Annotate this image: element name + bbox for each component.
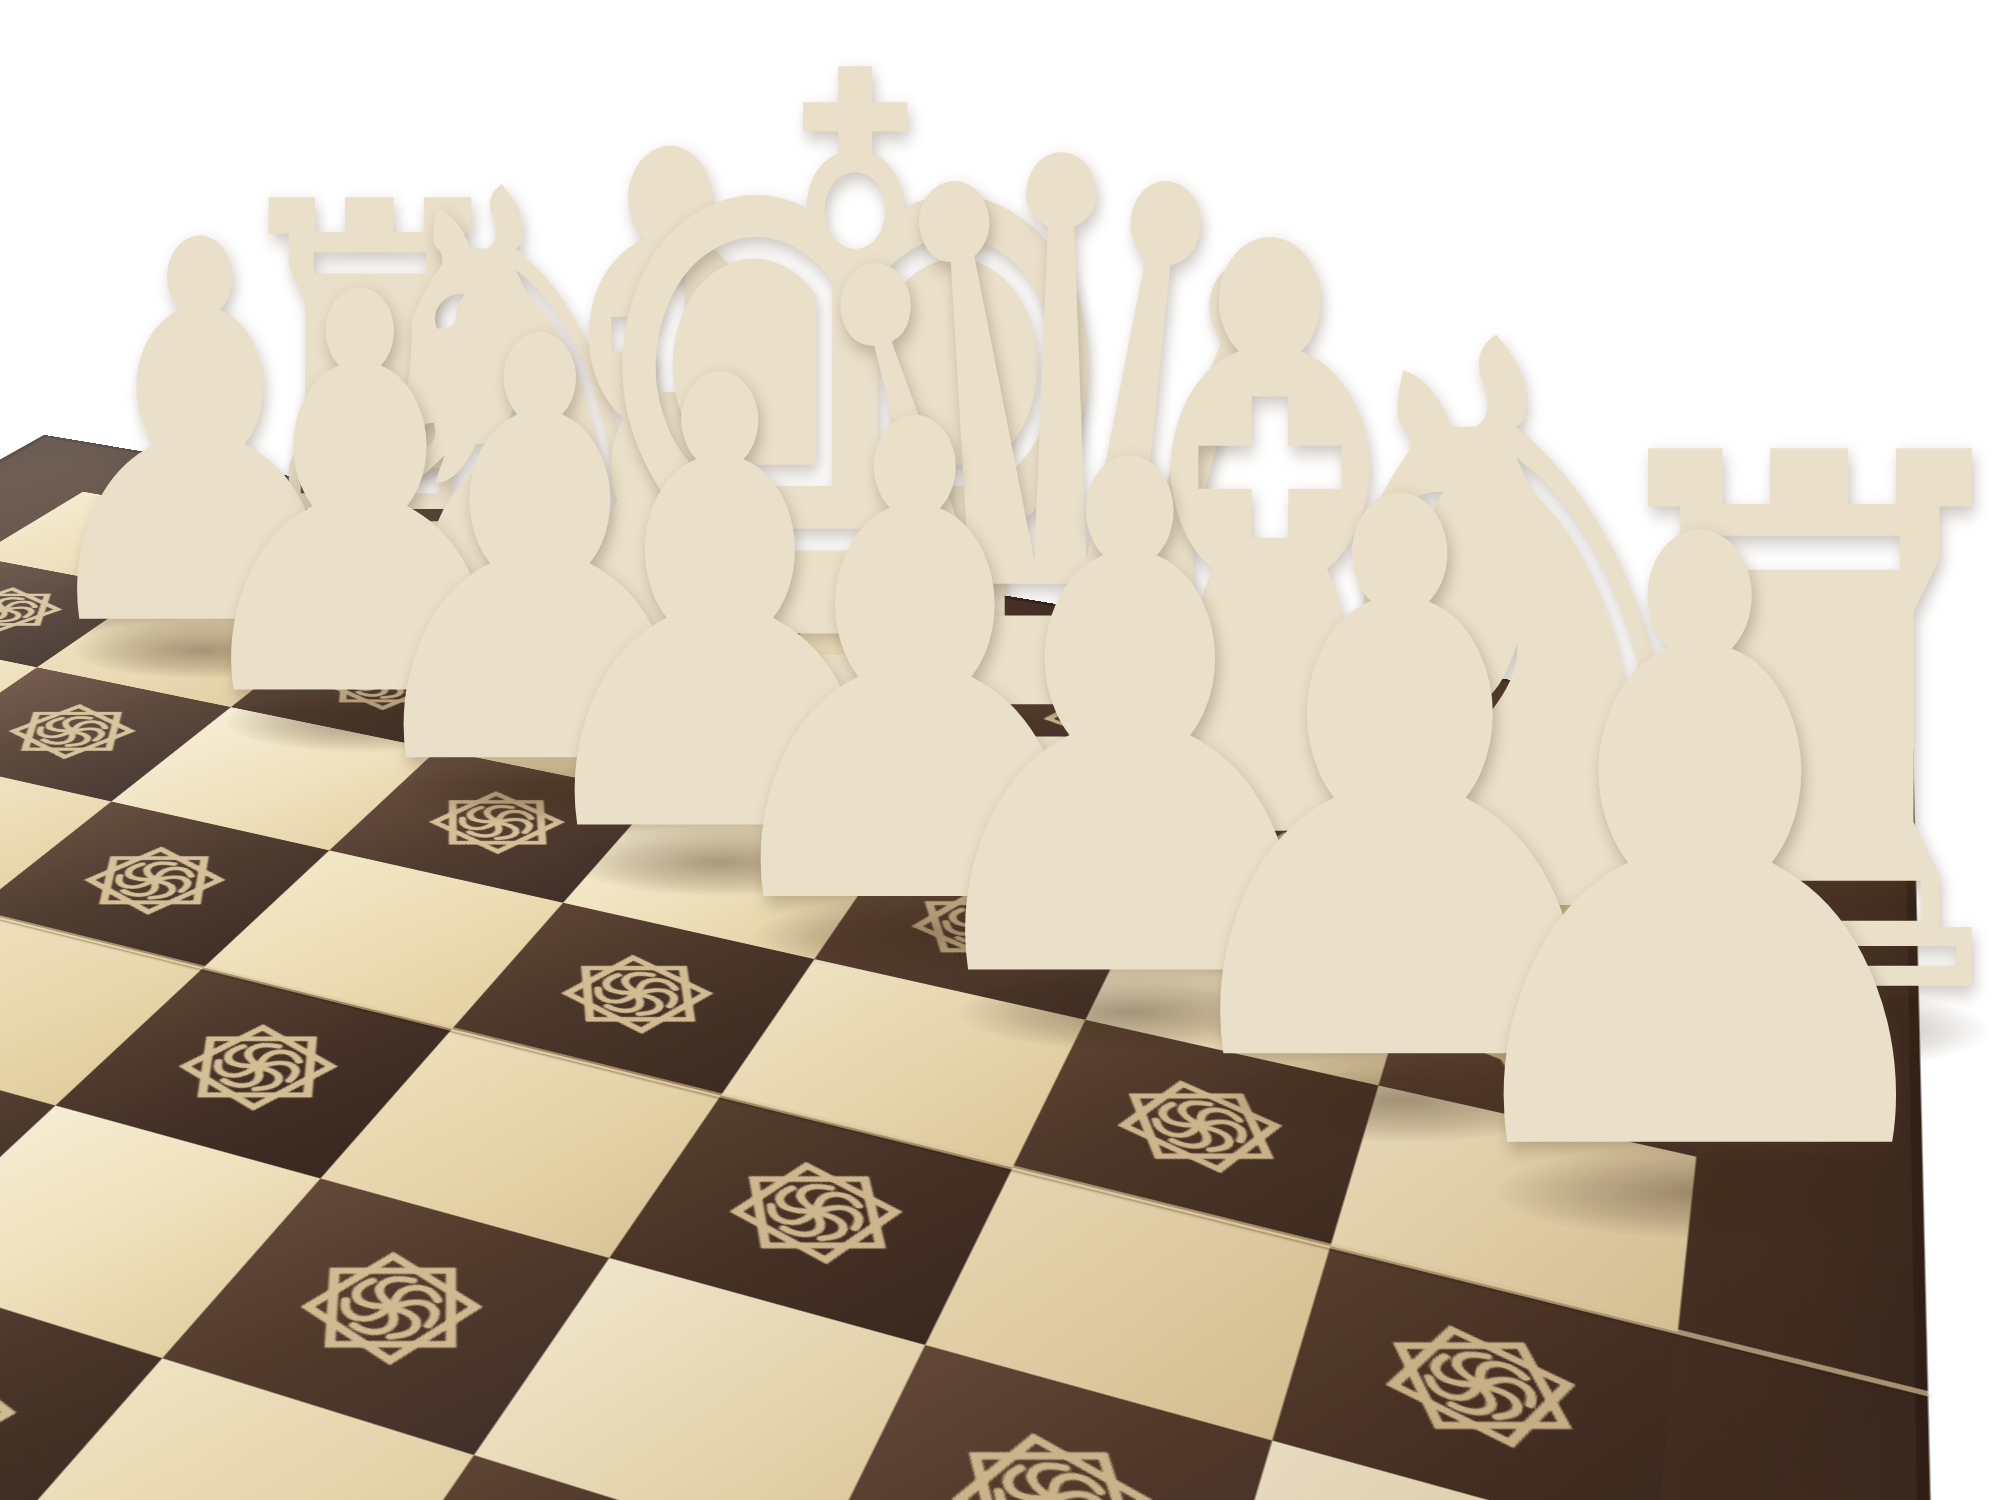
eternity-star-icon [262, 1231, 518, 1389]
eternity-star-icon [532, 940, 740, 1050]
eternity-star-icon [699, 1143, 930, 1286]
eternity-star-icon [1094, 1063, 1304, 1192]
eternity-star-icon [1363, 1303, 1595, 1474]
eternity-star-icon [1025, 682, 1187, 757]
eternity-star-icon [297, 649, 469, 720]
eternity-star-icon [143, 1008, 370, 1129]
eternity-star-icon [725, 729, 900, 810]
chess-board: 123 [0, 435, 1971, 1500]
eternity-star-icon [402, 780, 590, 868]
eternity-star-icon [1515, 766, 1677, 852]
eternity-star-icon [0, 579, 89, 642]
eternity-star-icon [52, 834, 256, 929]
eternity-star-icon [593, 608, 754, 675]
eternity-star-icon [0, 694, 164, 771]
eternity-star-icon [1452, 990, 1643, 1108]
eternity-star-icon [211, 542, 370, 601]
product-photo-stage: 123 ♜♞♝♚♛♝♞♜♟♟♟♟♟♟♟♟ [0, 0, 2000, 1500]
board-playfield [0, 492, 1736, 1500]
eternity-star-icon [0, 1328, 61, 1500]
eternity-star-icon [1214, 820, 1390, 913]
eternity-star-icon [888, 877, 1079, 978]
eternity-star-icon [920, 1408, 1180, 1500]
